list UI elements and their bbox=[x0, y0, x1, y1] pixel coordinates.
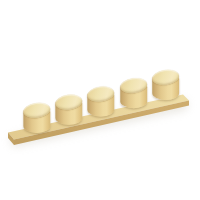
board-cell-4[interactable] bbox=[117, 81, 149, 89]
board-cell-1[interactable] bbox=[20, 106, 52, 114]
photo-scene bbox=[0, 0, 200, 200]
board-cell-2[interactable] bbox=[52, 98, 84, 106]
board-cell-3[interactable] bbox=[84, 89, 116, 97]
board-cell-5[interactable] bbox=[149, 73, 181, 81]
